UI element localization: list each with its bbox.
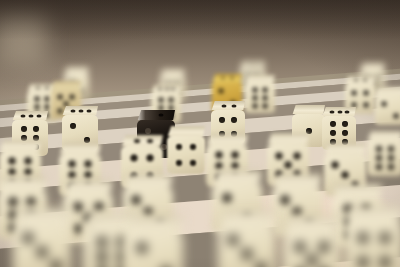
die-pip [394,114,399,119]
die-top-face [125,216,183,231]
die-pip [342,121,348,127]
die-top-face [62,106,98,115]
die-pip [295,242,305,252]
die-pip [376,146,382,152]
die-top-pip [78,109,83,112]
die-front-face [218,225,276,267]
die-pip [352,90,357,95]
die-pip [33,126,39,132]
die-top-face [0,140,41,151]
die-pip [293,152,300,159]
die-pip [70,123,76,129]
die-top-face [292,105,325,114]
die-pip [382,102,387,107]
die-ivory-D4 [167,126,205,174]
die-top-pip [70,109,75,112]
die-top-face [218,210,276,225]
die-pip [219,117,225,123]
die-top-face [240,61,265,68]
die-top-pip [232,104,237,107]
die-pip [388,146,394,152]
die-pip [256,263,266,267]
die-pip [263,96,268,101]
die-pip [376,75,380,79]
die-ivory-C6 [125,216,183,267]
background-light-patch [0,14,46,66]
die-pip [342,130,348,136]
die-top-pip [45,87,49,89]
die-top-face [211,101,245,110]
die-pip [45,97,50,102]
die-pip [73,203,82,212]
die-pip [176,144,182,150]
die-pip [9,158,16,165]
die-pip [376,155,382,161]
die-pip [228,235,238,245]
die-top-pip [345,110,350,113]
die-pip [388,164,394,170]
die-pip [376,164,382,170]
die-top-face [151,85,181,93]
die-top-pip [165,88,169,90]
die-top-face [167,126,205,136]
die-top-face [367,131,400,140]
die-top-pip [86,109,91,112]
die-top-face [324,143,366,154]
die-pip [23,233,33,243]
die-pip [51,261,61,267]
die-top-pip [248,64,252,66]
die-pip [380,257,390,267]
die-pip [24,169,31,176]
die-front-face [283,231,341,267]
die-pip [97,252,107,262]
die-front-face [367,140,400,176]
die-top-pip [337,110,342,113]
die-pip [252,88,257,93]
die-top-pip [330,110,335,113]
die-pip [358,257,368,267]
die-top-face [0,177,47,190]
die-pip [319,242,329,252]
die-pip [223,194,232,203]
die-top-face [267,133,309,144]
die-pip [9,169,16,176]
die-top-face [332,184,382,197]
die-pip [285,162,292,169]
die-top-pip [363,79,367,81]
die-pip [132,196,141,205]
die-top-pip [171,88,175,90]
die-top-face [12,111,48,120]
die-pip [34,105,39,110]
die-ivory-E2 [245,75,275,113]
die-top-pip [147,139,153,143]
die-top-face [121,135,163,146]
die-pip [219,89,224,94]
die-front-face [125,231,183,267]
die-front-face [245,83,275,113]
die-ivory-E6 [218,210,276,267]
die-pip [388,155,394,161]
die-ivory-G3 [367,131,400,176]
die-pip [176,160,182,166]
die-pip [342,172,349,179]
die-pip [331,161,338,168]
die-top-face [206,134,248,145]
die-pip [169,98,174,103]
die-pip [263,88,268,93]
die-pip [84,161,91,168]
die-top-face [13,208,71,223]
die-top-face [345,206,400,221]
die-pip [330,121,336,127]
die-ivory-G6 [345,206,400,267]
die-front-face [375,95,400,125]
photo-dice-scene [0,0,400,267]
die-top-face [212,170,262,183]
die-top-face [272,174,322,187]
die-pip [252,96,257,101]
die-pip [358,233,368,243]
die-pip [190,160,196,166]
die-pip [231,117,237,123]
die-pip [137,243,147,253]
die-top-face [59,143,101,154]
die-pip [363,90,368,95]
die-pip [45,105,50,110]
die-top-face [345,76,375,84]
die-pip [9,198,18,207]
die-top-pip [134,139,140,143]
die-pip [380,233,390,243]
die-ivory-G2 [375,87,400,125]
die-top-face [322,107,356,116]
die-pip [281,196,290,205]
die-pip [73,225,82,234]
die-top-pip [36,87,40,89]
die-front-face [167,136,205,174]
die-pip [231,152,238,159]
die-top-pip [20,114,25,117]
die-pip [27,198,36,207]
die-pip [146,155,153,162]
die-pip [190,144,196,150]
die-top-pip [255,64,259,66]
die-top-face [51,81,81,89]
die-pip [363,103,368,108]
die-pip [276,152,283,159]
die-top-pip [354,79,358,81]
die-pip [21,126,27,132]
die-pip [69,161,76,168]
die-pip [158,98,163,103]
die-top-pip [221,104,226,107]
die-ivory-F6 [283,216,341,267]
die-top-pip [158,88,162,90]
die-pip [70,95,75,100]
die-pip [24,158,31,165]
die-pip [84,172,91,179]
die-top-face [360,63,385,70]
die-front-face [345,221,400,267]
die-top-face [245,75,275,83]
die-pip [57,95,62,100]
die-pip [231,163,238,170]
die-pip [263,103,268,108]
die-top-face [123,174,173,187]
die-top-pip [158,114,163,117]
die-pip [216,163,223,170]
die-top-face [375,87,400,95]
die-pip [97,237,107,247]
die-pip [252,103,257,108]
die-pip [131,155,138,162]
die-pip [216,152,223,159]
die-top-face [63,180,113,193]
die-pip [145,128,151,134]
die-top-pip [28,114,33,117]
die-top-face [283,216,341,231]
die-pip [69,172,76,179]
die-pip [330,130,336,136]
die-front-face [13,223,71,267]
die-top-pip [221,77,225,79]
die-top-face [64,67,89,74]
die-pip [34,97,39,102]
die-top-face [160,69,185,76]
die-top-face [212,74,242,82]
die-pip [307,255,317,265]
die-pip [94,203,103,212]
die-top-pip [36,114,41,117]
die-ivory-A6 [13,208,71,267]
die-pip [242,249,252,259]
die-pip [37,247,47,257]
die-top-pip [230,77,234,79]
die-top-face [137,110,175,120]
